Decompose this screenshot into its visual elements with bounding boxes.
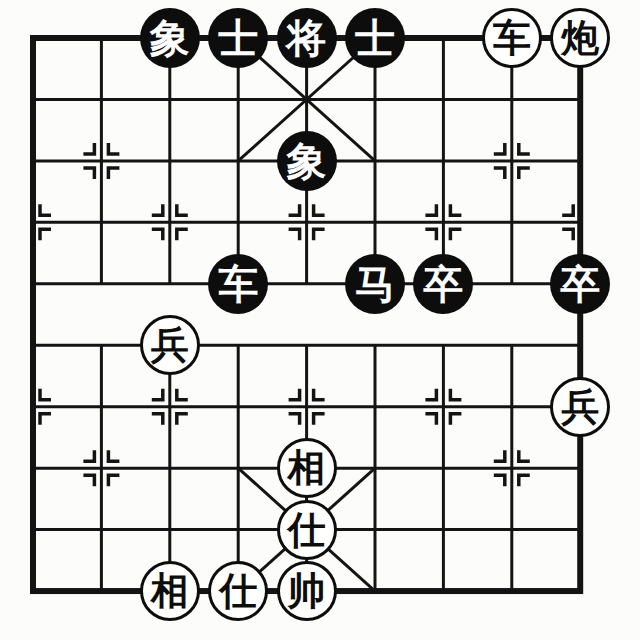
red-chariot[interactable]: 车 bbox=[482, 8, 542, 68]
black-elephant[interactable]: 象 bbox=[140, 8, 200, 68]
xiangqi-board: 象士将士车炮象车马卒卒兵兵相仕相仕帅 bbox=[0, 7, 614, 621]
red-elephant[interactable]: 相 bbox=[140, 561, 200, 621]
black-general[interactable]: 将 bbox=[277, 8, 337, 68]
black-chariot[interactable]: 车 bbox=[208, 254, 268, 314]
red-advisor[interactable]: 仕 bbox=[208, 561, 268, 621]
scanned-page: 象士将士车炮象车马卒卒兵兵相仕相仕帅 bbox=[0, 0, 640, 640]
black-advisor[interactable]: 士 bbox=[208, 8, 268, 68]
red-advisor[interactable]: 仕 bbox=[277, 500, 337, 560]
red-general[interactable]: 帅 bbox=[277, 561, 337, 621]
black-horse[interactable]: 马 bbox=[345, 254, 405, 314]
red-soldier[interactable]: 兵 bbox=[550, 377, 610, 437]
black-elephant[interactable]: 象 bbox=[277, 131, 337, 191]
black-soldier[interactable]: 卒 bbox=[550, 254, 610, 314]
red-soldier[interactable]: 兵 bbox=[140, 315, 200, 375]
red-elephant[interactable]: 相 bbox=[277, 438, 337, 498]
red-cannon[interactable]: 炮 bbox=[550, 8, 610, 68]
black-advisor[interactable]: 士 bbox=[345, 8, 405, 68]
black-soldier[interactable]: 卒 bbox=[413, 254, 473, 314]
